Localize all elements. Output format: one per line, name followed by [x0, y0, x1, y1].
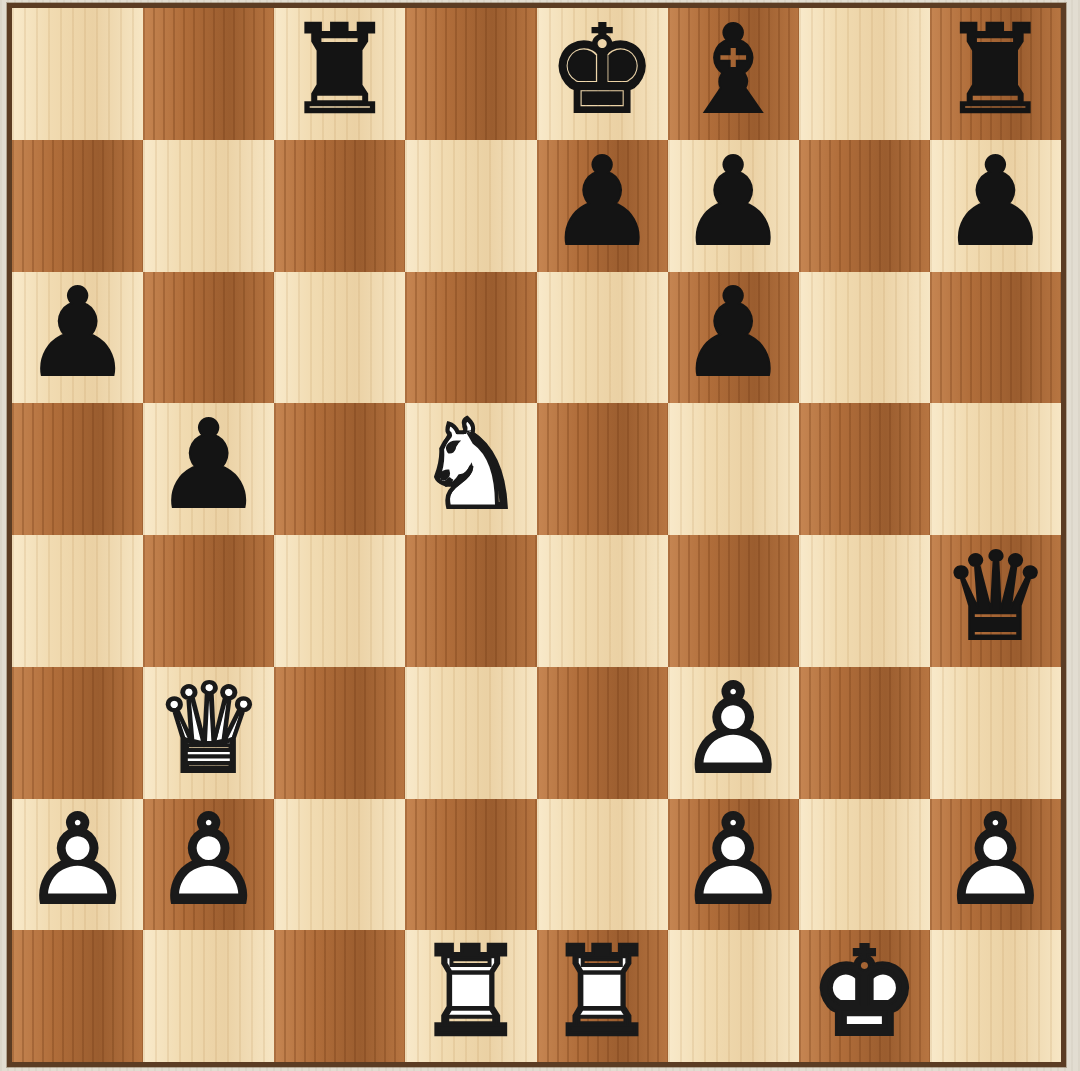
- square-f6[interactable]: ♟: [668, 272, 799, 404]
- chess-board: ♜♚♝♜♟♟♟♟♟♟♞♘♛♛♕♟♙♟♙♟♙♟♙♟♙♜♖♜♖♚♔: [12, 8, 1061, 1062]
- piece-black-bishop[interactable]: ♝: [668, 8, 799, 140]
- white-pawn-outline-glyph: ♙: [668, 799, 799, 927]
- square-b5[interactable]: ♟: [143, 403, 274, 535]
- piece-white-queen[interactable]: ♛♕: [143, 667, 274, 799]
- piece-black-rook[interactable]: ♜: [930, 8, 1061, 140]
- square-f8[interactable]: ♝: [668, 8, 799, 140]
- black-pawn-glyph: ♟: [930, 140, 1061, 268]
- square-c7[interactable]: [274, 140, 405, 272]
- square-e5[interactable]: [537, 403, 668, 535]
- black-pawn-glyph: ♟: [668, 272, 799, 400]
- square-g5[interactable]: [799, 403, 930, 535]
- black-king-glyph: ♚: [537, 8, 668, 136]
- square-c8[interactable]: ♜: [274, 8, 405, 140]
- white-knight-outline-glyph: ♘: [405, 403, 536, 531]
- square-e4[interactable]: [537, 535, 668, 667]
- piece-white-pawn[interactable]: ♟♙: [668, 799, 799, 931]
- black-pawn-glyph: ♟: [12, 272, 143, 400]
- square-g6[interactable]: [799, 272, 930, 404]
- square-b4[interactable]: [143, 535, 274, 667]
- square-f2[interactable]: ♟♙: [668, 799, 799, 931]
- white-queen-outline-glyph: ♕: [143, 667, 274, 795]
- square-b3[interactable]: ♛♕: [143, 667, 274, 799]
- square-f5[interactable]: [668, 403, 799, 535]
- piece-white-pawn[interactable]: ♟♙: [12, 799, 143, 931]
- square-a7[interactable]: [12, 140, 143, 272]
- square-e7[interactable]: ♟: [537, 140, 668, 272]
- square-g8[interactable]: [799, 8, 930, 140]
- square-e1[interactable]: ♜♖: [537, 930, 668, 1062]
- piece-white-pawn[interactable]: ♟♙: [143, 799, 274, 931]
- square-h7[interactable]: ♟: [930, 140, 1061, 272]
- piece-white-knight[interactable]: ♞♘: [405, 403, 536, 535]
- square-d3[interactable]: [405, 667, 536, 799]
- black-pawn-glyph: ♟: [668, 140, 799, 268]
- white-pawn-outline-glyph: ♙: [930, 799, 1061, 927]
- square-a1[interactable]: [12, 930, 143, 1062]
- black-rook-glyph: ♜: [930, 8, 1061, 136]
- square-g1[interactable]: ♚♔: [799, 930, 930, 1062]
- square-d1[interactable]: ♜♖: [405, 930, 536, 1062]
- square-c6[interactable]: [274, 272, 405, 404]
- white-king-outline-glyph: ♔: [799, 930, 930, 1058]
- square-a6[interactable]: ♟: [12, 272, 143, 404]
- square-e6[interactable]: [537, 272, 668, 404]
- piece-black-pawn[interactable]: ♟: [143, 403, 274, 535]
- white-pawn-outline-glyph: ♙: [12, 799, 143, 927]
- square-f7[interactable]: ♟: [668, 140, 799, 272]
- square-f1[interactable]: [668, 930, 799, 1062]
- square-g3[interactable]: [799, 667, 930, 799]
- square-c5[interactable]: [274, 403, 405, 535]
- square-a8[interactable]: [12, 8, 143, 140]
- square-g7[interactable]: [799, 140, 930, 272]
- piece-black-pawn[interactable]: ♟: [668, 272, 799, 404]
- piece-white-rook[interactable]: ♜♖: [405, 930, 536, 1062]
- black-queen-glyph: ♛: [930, 535, 1061, 663]
- piece-black-pawn[interactable]: ♟: [668, 140, 799, 272]
- white-rook-outline-glyph: ♖: [537, 930, 668, 1058]
- square-d7[interactable]: [405, 140, 536, 272]
- square-b1[interactable]: [143, 930, 274, 1062]
- black-rook-glyph: ♜: [274, 8, 405, 136]
- square-d2[interactable]: [405, 799, 536, 931]
- square-e2[interactable]: [537, 799, 668, 931]
- square-d8[interactable]: [405, 8, 536, 140]
- square-h6[interactable]: [930, 272, 1061, 404]
- piece-black-rook[interactable]: ♜: [274, 8, 405, 140]
- square-g4[interactable]: [799, 535, 930, 667]
- black-pawn-glyph: ♟: [537, 140, 668, 268]
- square-a5[interactable]: [12, 403, 143, 535]
- piece-black-pawn[interactable]: ♟: [930, 140, 1061, 272]
- black-bishop-glyph: ♝: [668, 8, 799, 136]
- square-c3[interactable]: [274, 667, 405, 799]
- square-a4[interactable]: [12, 535, 143, 667]
- square-f4[interactable]: [668, 535, 799, 667]
- square-a2[interactable]: ♟♙: [12, 799, 143, 931]
- square-b7[interactable]: [143, 140, 274, 272]
- square-h4[interactable]: ♛: [930, 535, 1061, 667]
- piece-white-pawn[interactable]: ♟♙: [930, 799, 1061, 931]
- square-d5[interactable]: ♞♘: [405, 403, 536, 535]
- piece-white-pawn[interactable]: ♟♙: [668, 667, 799, 799]
- square-c4[interactable]: [274, 535, 405, 667]
- white-pawn-outline-glyph: ♙: [668, 667, 799, 795]
- square-g2[interactable]: [799, 799, 930, 931]
- square-h2[interactable]: ♟♙: [930, 799, 1061, 931]
- white-pawn-outline-glyph: ♙: [143, 799, 274, 927]
- piece-white-rook[interactable]: ♜♖: [537, 930, 668, 1062]
- piece-black-king[interactable]: ♚: [537, 8, 668, 140]
- square-h5[interactable]: [930, 403, 1061, 535]
- square-f3[interactable]: ♟♙: [668, 667, 799, 799]
- square-b6[interactable]: [143, 272, 274, 404]
- square-d4[interactable]: [405, 535, 536, 667]
- square-h1[interactable]: [930, 930, 1061, 1062]
- square-d6[interactable]: [405, 272, 536, 404]
- black-pawn-glyph: ♟: [143, 403, 274, 531]
- square-e8[interactable]: ♚: [537, 8, 668, 140]
- piece-black-pawn[interactable]: ♟: [537, 140, 668, 272]
- page-background: ♜♚♝♜♟♟♟♟♟♟♞♘♛♛♕♟♙♟♙♟♙♟♙♟♙♜♖♜♖♚♔: [0, 0, 1080, 1071]
- piece-white-king[interactable]: ♚♔: [799, 930, 930, 1062]
- square-h8[interactable]: ♜: [930, 8, 1061, 140]
- square-c1[interactable]: [274, 930, 405, 1062]
- square-h3[interactable]: [930, 667, 1061, 799]
- chess-board-frame: ♜♚♝♜♟♟♟♟♟♟♞♘♛♛♕♟♙♟♙♟♙♟♙♟♙♜♖♜♖♚♔: [7, 3, 1066, 1067]
- square-b2[interactable]: ♟♙: [143, 799, 274, 931]
- square-c2[interactable]: [274, 799, 405, 931]
- square-a3[interactable]: [12, 667, 143, 799]
- white-rook-outline-glyph: ♖: [405, 930, 536, 1058]
- square-b8[interactable]: [143, 8, 274, 140]
- piece-black-queen[interactable]: ♛: [930, 535, 1061, 667]
- square-e3[interactable]: [537, 667, 668, 799]
- piece-black-pawn[interactable]: ♟: [12, 272, 143, 404]
